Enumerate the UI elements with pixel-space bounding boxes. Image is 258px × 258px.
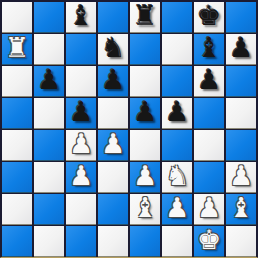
white-pawn[interactable]: ♟	[69, 161, 93, 191]
black-knight[interactable]: ♞	[101, 33, 125, 63]
square-d8[interactable]	[97, 1, 129, 33]
square-d7[interactable]: ♞	[97, 33, 129, 65]
square-d1[interactable]	[97, 225, 129, 257]
square-g3[interactable]	[193, 161, 225, 193]
chess-board-grid: ♝♜♚♜♞♝♟♟♟♟♟♟♟♟♟♟♟♞♟♝♟♟♝♚	[1, 1, 257, 257]
white-bishop[interactable]: ♝	[133, 193, 157, 223]
square-g6[interactable]: ♟	[193, 65, 225, 97]
square-c3[interactable]: ♟	[65, 161, 97, 193]
square-b5[interactable]	[33, 97, 65, 129]
square-f8[interactable]	[161, 1, 193, 33]
square-a2[interactable]	[1, 193, 33, 225]
square-h6[interactable]	[225, 65, 257, 97]
square-h5[interactable]	[225, 97, 257, 129]
square-c4[interactable]: ♟	[65, 129, 97, 161]
square-c2[interactable]	[65, 193, 97, 225]
square-h1[interactable]	[225, 225, 257, 257]
black-bishop[interactable]: ♝	[69, 1, 93, 31]
square-b2[interactable]	[33, 193, 65, 225]
black-king[interactable]: ♚	[197, 1, 221, 31]
black-pawn[interactable]: ♟	[133, 97, 157, 127]
black-pawn[interactable]: ♟	[229, 33, 253, 63]
square-e1[interactable]	[129, 225, 161, 257]
square-d4[interactable]: ♟	[97, 129, 129, 161]
white-pawn[interactable]: ♟	[101, 129, 125, 159]
square-e5[interactable]: ♟	[129, 97, 161, 129]
square-a6[interactable]	[1, 65, 33, 97]
square-e2[interactable]: ♝	[129, 193, 161, 225]
square-c5[interactable]: ♟	[65, 97, 97, 129]
square-g1[interactable]: ♚	[193, 225, 225, 257]
square-b3[interactable]	[33, 161, 65, 193]
square-f4[interactable]	[161, 129, 193, 161]
white-pawn[interactable]: ♟	[197, 193, 221, 223]
square-g4[interactable]	[193, 129, 225, 161]
square-d6[interactable]: ♟	[97, 65, 129, 97]
square-e8[interactable]: ♜	[129, 1, 161, 33]
square-g2[interactable]: ♟	[193, 193, 225, 225]
square-f2[interactable]: ♟	[161, 193, 193, 225]
square-d2[interactable]	[97, 193, 129, 225]
square-d3[interactable]	[97, 161, 129, 193]
white-pawn[interactable]: ♟	[229, 161, 253, 191]
white-pawn[interactable]: ♟	[133, 161, 157, 191]
black-pawn[interactable]: ♟	[69, 97, 93, 127]
square-a1[interactable]	[1, 225, 33, 257]
square-a5[interactable]	[1, 97, 33, 129]
square-c7[interactable]	[65, 33, 97, 65]
square-b6[interactable]: ♟	[33, 65, 65, 97]
square-g7[interactable]: ♝	[193, 33, 225, 65]
square-h7[interactable]: ♟	[225, 33, 257, 65]
black-rook[interactable]: ♜	[133, 1, 157, 31]
square-f1[interactable]	[161, 225, 193, 257]
square-h8[interactable]	[225, 1, 257, 33]
black-bishop[interactable]: ♝	[197, 33, 221, 63]
white-knight[interactable]: ♞	[165, 161, 189, 191]
white-pawn[interactable]: ♟	[165, 193, 189, 223]
white-rook[interactable]: ♜	[5, 33, 29, 63]
square-b4[interactable]	[33, 129, 65, 161]
square-a8[interactable]	[1, 1, 33, 33]
square-g8[interactable]: ♚	[193, 1, 225, 33]
black-pawn[interactable]: ♟	[37, 65, 61, 95]
square-b8[interactable]	[33, 1, 65, 33]
square-e7[interactable]	[129, 33, 161, 65]
black-pawn[interactable]: ♟	[197, 65, 221, 95]
black-pawn[interactable]: ♟	[165, 97, 189, 127]
square-f5[interactable]: ♟	[161, 97, 193, 129]
square-e3[interactable]: ♟	[129, 161, 161, 193]
square-a3[interactable]	[1, 161, 33, 193]
square-d5[interactable]	[97, 97, 129, 129]
square-c6[interactable]	[65, 65, 97, 97]
square-a7[interactable]: ♜	[1, 33, 33, 65]
square-a4[interactable]	[1, 129, 33, 161]
white-king[interactable]: ♚	[197, 225, 221, 255]
white-pawn[interactable]: ♟	[69, 129, 93, 159]
square-g5[interactable]	[193, 97, 225, 129]
square-h2[interactable]: ♝	[225, 193, 257, 225]
square-b1[interactable]	[33, 225, 65, 257]
square-f6[interactable]	[161, 65, 193, 97]
square-c1[interactable]	[65, 225, 97, 257]
square-b7[interactable]	[33, 33, 65, 65]
square-c8[interactable]: ♝	[65, 1, 97, 33]
square-e6[interactable]	[129, 65, 161, 97]
black-pawn[interactable]: ♟	[101, 65, 125, 95]
square-e4[interactable]	[129, 129, 161, 161]
chess-board: ♝♜♚♜♞♝♟♟♟♟♟♟♟♟♟♟♟♞♟♝♟♟♝♚	[0, 0, 258, 258]
square-h4[interactable]	[225, 129, 257, 161]
square-f3[interactable]: ♞	[161, 161, 193, 193]
white-bishop[interactable]: ♝	[229, 193, 253, 223]
square-f7[interactable]	[161, 33, 193, 65]
square-h3[interactable]: ♟	[225, 161, 257, 193]
